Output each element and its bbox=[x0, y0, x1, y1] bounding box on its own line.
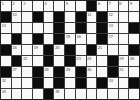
white-cell[interactable] bbox=[76, 89, 86, 99]
clue-number: 35 bbox=[55, 89, 59, 94]
crossword-screenshot: 1234567891011121314151617181920212223242… bbox=[0, 0, 140, 100]
white-cell[interactable]: 27 bbox=[12, 67, 22, 77]
white-cell[interactable] bbox=[33, 23, 43, 33]
white-cell[interactable]: 23 bbox=[76, 56, 86, 66]
white-cell[interactable]: 15 bbox=[65, 34, 75, 44]
white-cell[interactable]: 31 bbox=[119, 67, 129, 77]
white-cell[interactable] bbox=[108, 45, 118, 55]
white-cell[interactable] bbox=[12, 89, 22, 99]
clue-number: 18 bbox=[12, 45, 16, 50]
white-cell[interactable]: 20 bbox=[54, 45, 64, 55]
white-cell[interactable]: 34 bbox=[1, 89, 11, 99]
black-cell bbox=[12, 34, 22, 44]
black-cell bbox=[1, 67, 11, 77]
black-cell bbox=[108, 67, 118, 77]
white-cell[interactable]: 21 bbox=[97, 45, 107, 55]
black-cell bbox=[1, 12, 11, 22]
white-cell[interactable] bbox=[65, 23, 75, 33]
white-cell[interactable]: 10 bbox=[12, 12, 22, 22]
clue-number: 15 bbox=[66, 34, 70, 39]
clue-number: 22 bbox=[23, 56, 27, 61]
white-cell[interactable] bbox=[33, 89, 43, 99]
white-cell[interactable] bbox=[129, 34, 139, 44]
white-cell[interactable] bbox=[119, 12, 129, 22]
black-cell bbox=[129, 45, 139, 55]
black-cell bbox=[97, 78, 107, 88]
clue-number: 29 bbox=[66, 67, 70, 72]
white-cell[interactable] bbox=[119, 23, 129, 33]
white-cell[interactable]: 2 bbox=[12, 1, 22, 11]
black-cell bbox=[129, 78, 139, 88]
white-cell[interactable] bbox=[119, 78, 129, 88]
black-cell bbox=[44, 45, 54, 55]
clue-number: 9 bbox=[130, 1, 132, 6]
white-cell[interactable] bbox=[76, 45, 86, 55]
clue-number: 24 bbox=[87, 56, 91, 61]
clue-number: 14 bbox=[108, 23, 112, 28]
white-cell[interactable] bbox=[22, 89, 32, 99]
white-cell[interactable]: 3 bbox=[22, 1, 32, 11]
white-cell[interactable] bbox=[54, 56, 64, 66]
clue-number: 4 bbox=[44, 1, 46, 6]
clue-number: 25 bbox=[119, 56, 123, 61]
white-cell[interactable]: 24 bbox=[87, 56, 97, 66]
white-cell[interactable] bbox=[65, 78, 75, 88]
white-cell[interactable] bbox=[12, 78, 22, 88]
white-cell[interactable] bbox=[129, 67, 139, 77]
clue-number: 34 bbox=[2, 89, 6, 94]
white-cell[interactable]: 17 bbox=[108, 34, 118, 44]
white-cell[interactable]: 16 bbox=[76, 34, 86, 44]
white-cell[interactable]: 35 bbox=[54, 89, 64, 99]
clue-number: 20 bbox=[55, 45, 59, 50]
white-cell[interactable] bbox=[44, 34, 54, 44]
black-cell bbox=[76, 67, 86, 77]
white-cell[interactable]: 5 bbox=[65, 1, 75, 11]
white-cell[interactable] bbox=[65, 12, 75, 22]
white-cell[interactable] bbox=[108, 89, 118, 99]
clue-number: 3 bbox=[23, 1, 25, 6]
black-cell bbox=[97, 23, 107, 33]
white-cell[interactable] bbox=[119, 89, 129, 99]
white-cell[interactable] bbox=[22, 67, 32, 77]
white-cell[interactable] bbox=[87, 89, 97, 99]
black-cell bbox=[76, 23, 86, 33]
white-cell[interactable]: 22 bbox=[22, 56, 32, 66]
white-cell[interactable]: 13 bbox=[1, 23, 11, 33]
white-cell[interactable] bbox=[97, 67, 107, 77]
white-cell[interactable]: 1 bbox=[1, 1, 11, 11]
clue-number: 19 bbox=[34, 45, 38, 50]
white-cell[interactable] bbox=[44, 12, 54, 22]
clue-number: 13 bbox=[2, 23, 6, 28]
clue-number: 33 bbox=[108, 78, 112, 83]
white-cell[interactable] bbox=[22, 23, 32, 33]
white-cell[interactable]: 9 bbox=[129, 1, 139, 11]
clue-number: 1 bbox=[2, 1, 4, 6]
white-cell[interactable] bbox=[44, 23, 54, 33]
clue-number: 2 bbox=[12, 1, 14, 6]
white-cell[interactable] bbox=[22, 12, 32, 22]
white-cell[interactable] bbox=[22, 45, 32, 55]
white-cell[interactable] bbox=[44, 78, 54, 88]
black-cell bbox=[76, 12, 86, 22]
black-cell bbox=[54, 23, 64, 33]
black-cell bbox=[108, 56, 118, 66]
white-cell[interactable]: 26 bbox=[129, 56, 139, 66]
white-cell[interactable]: 4 bbox=[44, 1, 54, 11]
clue-number: 31 bbox=[119, 67, 123, 72]
clue-number: 26 bbox=[130, 56, 134, 61]
clue-number: 17 bbox=[108, 34, 112, 39]
black-cell bbox=[33, 67, 43, 77]
clue-number: 16 bbox=[76, 34, 80, 39]
white-cell[interactable] bbox=[22, 34, 32, 44]
clue-number: 21 bbox=[98, 45, 102, 50]
clue-number: 12 bbox=[108, 12, 112, 17]
black-cell bbox=[97, 12, 107, 22]
black-cell bbox=[54, 67, 64, 77]
white-cell[interactable] bbox=[129, 12, 139, 22]
black-cell bbox=[12, 56, 22, 66]
white-cell[interactable]: 28 bbox=[44, 67, 54, 77]
black-cell bbox=[65, 45, 75, 55]
white-cell[interactable] bbox=[87, 23, 97, 33]
black-cell bbox=[44, 89, 54, 99]
white-cell[interactable] bbox=[87, 34, 97, 44]
clue-number: 10 bbox=[12, 12, 16, 17]
clue-number: 11 bbox=[87, 12, 91, 17]
white-cell[interactable] bbox=[129, 89, 139, 99]
white-cell[interactable]: 32 bbox=[1, 78, 11, 88]
black-cell bbox=[129, 23, 139, 33]
white-cell[interactable]: 6 bbox=[97, 1, 107, 11]
white-cell[interactable]: 11 bbox=[87, 12, 97, 22]
black-cell bbox=[76, 78, 86, 88]
white-cell[interactable] bbox=[22, 78, 32, 88]
white-cell[interactable] bbox=[1, 56, 11, 66]
white-cell[interactable] bbox=[65, 89, 75, 99]
clue-number: 5 bbox=[66, 1, 68, 6]
white-cell[interactable] bbox=[87, 78, 97, 88]
white-cell[interactable] bbox=[33, 56, 43, 66]
white-cell[interactable]: 7 bbox=[108, 1, 118, 11]
white-cell[interactable] bbox=[1, 34, 11, 44]
black-cell bbox=[87, 45, 97, 55]
white-cell[interactable]: 25 bbox=[119, 56, 129, 66]
black-cell bbox=[1, 45, 11, 55]
white-cell[interactable] bbox=[97, 89, 107, 99]
clue-number: 28 bbox=[44, 67, 48, 72]
clue-number: 30 bbox=[87, 67, 91, 72]
clue-number: 32 bbox=[2, 78, 6, 83]
black-cell bbox=[44, 56, 54, 66]
clue-number: 8 bbox=[119, 1, 121, 6]
black-cell bbox=[87, 1, 97, 11]
clue-number: 23 bbox=[76, 56, 80, 61]
clue-number: 27 bbox=[12, 67, 16, 72]
black-cell bbox=[33, 34, 43, 44]
black-cell bbox=[33, 78, 43, 88]
white-cell[interactable]: 33 bbox=[108, 78, 118, 88]
white-cell[interactable] bbox=[54, 1, 64, 11]
white-cell[interactable] bbox=[76, 1, 86, 11]
white-cell[interactable] bbox=[33, 1, 43, 11]
white-cell[interactable] bbox=[12, 23, 22, 33]
white-cell[interactable] bbox=[119, 34, 129, 44]
white-cell[interactable]: 30 bbox=[87, 67, 97, 77]
crossword-grid: 1234567891011121314151617181920212223242… bbox=[0, 0, 140, 100]
white-cell[interactable]: 18 bbox=[12, 45, 22, 55]
white-cell[interactable]: 12 bbox=[108, 12, 118, 22]
black-cell bbox=[97, 34, 107, 44]
clue-number: 7 bbox=[108, 1, 110, 6]
white-cell[interactable]: 29 bbox=[65, 67, 75, 77]
white-cell[interactable]: 8 bbox=[119, 1, 129, 11]
black-cell bbox=[54, 34, 64, 44]
black-cell bbox=[65, 56, 75, 66]
clue-number: 6 bbox=[98, 1, 100, 6]
white-cell[interactable] bbox=[119, 45, 129, 55]
white-cell[interactable] bbox=[97, 56, 107, 66]
white-cell[interactable]: 19 bbox=[33, 45, 43, 55]
white-cell[interactable]: 14 bbox=[108, 23, 118, 33]
black-cell bbox=[33, 12, 43, 22]
black-cell bbox=[54, 78, 64, 88]
black-cell bbox=[54, 12, 64, 22]
